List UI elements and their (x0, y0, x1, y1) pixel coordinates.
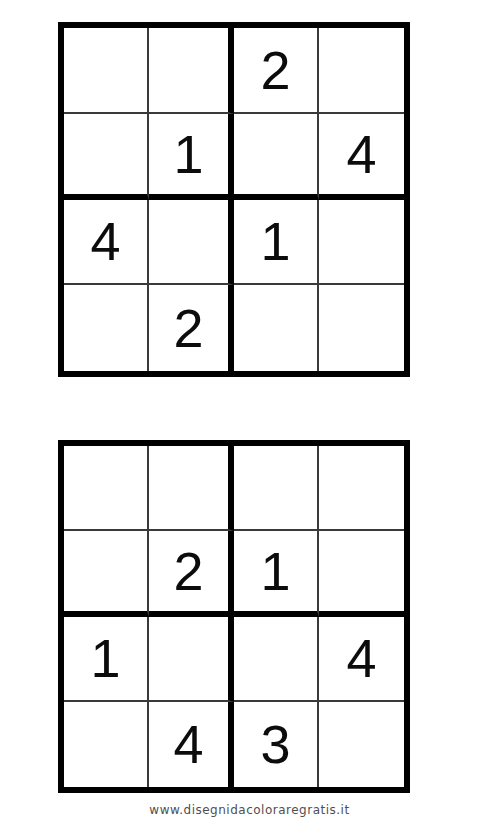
sudoku-board-2: 211443 (58, 440, 410, 793)
cell-r3c2-empty[interactable] (149, 617, 234, 702)
cell-r4c2-given: 2 (149, 285, 234, 371)
cell-r3c1-given: 1 (64, 617, 149, 702)
cell-r2c1-empty[interactable] (64, 531, 149, 616)
watermark-url: www.disegnidacoloraregratis.it (0, 803, 499, 817)
cell-r1c1-empty[interactable] (64, 28, 149, 114)
cell-r2c3-empty[interactable] (234, 114, 319, 200)
cell-r1c2-empty[interactable] (149, 446, 234, 531)
cell-r4c3-empty[interactable] (234, 285, 319, 371)
cell-r2c1-empty[interactable] (64, 114, 149, 200)
cell-r4c2-given: 4 (149, 702, 234, 787)
cell-r2c3-given: 1 (234, 531, 319, 616)
cell-r1c4-empty[interactable] (319, 28, 404, 114)
cell-r2c2-given: 1 (149, 114, 234, 200)
cell-r3c3-empty[interactable] (234, 617, 319, 702)
cell-r1c3-given: 2 (234, 28, 319, 114)
cell-r4c4-empty[interactable] (319, 285, 404, 371)
cell-r3c4-given: 4 (319, 617, 404, 702)
cell-r1c1-empty[interactable] (64, 446, 149, 531)
cell-r4c1-empty[interactable] (64, 702, 149, 787)
cell-r4c1-empty[interactable] (64, 285, 149, 371)
cell-r1c2-empty[interactable] (149, 28, 234, 114)
cell-r2c4-empty[interactable] (319, 531, 404, 616)
cell-r4c3-given: 3 (234, 702, 319, 787)
cell-r2c2-given: 2 (149, 531, 234, 616)
cell-r3c1-given: 4 (64, 200, 149, 286)
cell-r1c4-empty[interactable] (319, 446, 404, 531)
cell-r3c3-given: 1 (234, 200, 319, 286)
cell-r3c4-empty[interactable] (319, 200, 404, 286)
cell-r3c2-empty[interactable] (149, 200, 234, 286)
cell-r4c4-empty[interactable] (319, 702, 404, 787)
sudoku-board-1: 214412 (58, 22, 410, 377)
cell-r1c3-empty[interactable] (234, 446, 319, 531)
cell-r2c4-given: 4 (319, 114, 404, 200)
